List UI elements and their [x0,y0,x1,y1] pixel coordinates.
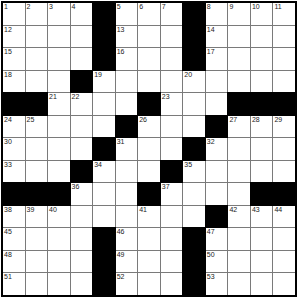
black-cell-r9c3 [48,183,70,205]
white-cell-r11c12[interactable] [251,228,273,250]
white-cell-r10c7[interactable]: 41 [138,206,160,228]
white-cell-r2c1[interactable]: 12 [3,26,25,48]
black-cell-r3c5 [93,48,115,70]
clue-number-19: 19 [94,71,102,79]
white-cell-r11c4[interactable] [71,228,93,250]
white-cell-r8c11[interactable] [228,161,250,183]
white-cell-r1c6[interactable]: 5 [116,3,138,25]
white-cell-r2c13[interactable] [273,26,295,48]
white-cell-r1c8[interactable]: 7 [161,3,183,25]
clue-number-15: 15 [4,48,12,56]
white-cell-r1c11[interactable]: 9 [228,3,250,25]
white-cell-r7c12[interactable] [251,138,273,160]
white-cell-r2c6[interactable]: 13 [116,26,138,48]
white-cell-r2c12[interactable] [251,26,273,48]
white-cell-r7c2[interactable] [26,138,48,160]
white-cell-r13c10[interactable]: 53 [206,273,228,295]
white-cell-r13c1[interactable]: 51 [3,273,25,295]
clue-number-49: 49 [117,251,125,259]
white-cell-r12c3[interactable] [48,251,70,273]
clue-number-16: 16 [117,48,125,56]
white-cell-r3c13[interactable] [273,48,295,70]
white-cell-r6c1[interactable]: 24 [3,116,25,138]
white-cell-r12c1[interactable]: 48 [3,251,25,273]
white-cell-r2c3[interactable] [48,26,70,48]
black-cell-r5c12 [251,93,273,115]
clue-number-10: 10 [252,3,260,11]
white-cell-r7c4[interactable] [71,138,93,160]
white-cell-r7c11[interactable] [228,138,250,160]
black-cell-r3c9 [183,48,205,70]
clue-number-44: 44 [274,206,282,214]
white-cell-r2c10[interactable]: 14 [206,26,228,48]
white-cell-r6c13[interactable]: 29 [273,116,295,138]
white-cell-r5c10[interactable] [206,93,228,115]
white-cell-r13c6[interactable]: 52 [116,273,138,295]
white-cell-r7c13[interactable] [273,138,295,160]
white-cell-r1c12[interactable]: 10 [251,3,273,25]
white-cell-r7c8[interactable] [161,138,183,160]
black-cell-r1c5 [93,3,115,25]
white-cell-r10c6[interactable] [116,206,138,228]
clue-number-33: 33 [4,161,12,169]
white-cell-r5c5[interactable] [93,93,115,115]
white-cell-r10c12[interactable]: 43 [251,206,273,228]
white-cell-r3c1[interactable]: 15 [3,48,25,70]
white-cell-r12c8[interactable] [161,251,183,273]
white-cell-r8c7[interactable] [138,161,160,183]
white-cell-r4c6[interactable] [116,71,138,93]
white-cell-r2c8[interactable] [161,26,183,48]
white-cell-r7c3[interactable] [48,138,70,160]
black-cell-r2c9 [183,26,205,48]
white-cell-r1c4[interactable]: 4 [71,3,93,25]
white-cell-r9c11[interactable] [228,183,250,205]
clue-number-11: 11 [274,3,281,11]
clue-number-47: 47 [207,228,215,236]
white-cell-r4c2[interactable] [26,71,48,93]
white-cell-r6c8[interactable] [161,116,183,138]
black-cell-r2c5 [93,26,115,48]
white-cell-r12c12[interactable] [251,251,273,273]
black-cell-r7c5 [93,138,115,160]
white-cell-r11c1[interactable]: 45 [3,228,25,250]
white-cell-r4c11[interactable] [228,71,250,93]
white-cell-r13c11[interactable] [228,273,250,295]
clue-number-12: 12 [4,26,12,34]
white-cell-r10c9[interactable] [183,206,205,228]
white-cell-r4c1[interactable]: 18 [3,71,25,93]
white-cell-r12c6[interactable]: 49 [116,251,138,273]
white-cell-r6c12[interactable]: 28 [251,116,273,138]
clue-number-14: 14 [207,26,215,34]
clue-number-24: 24 [4,116,12,124]
black-cell-r5c11 [228,93,250,115]
white-cell-r11c7[interactable] [138,228,160,250]
white-cell-r5c4[interactable]: 22 [71,93,93,115]
white-cell-r1c2[interactable]: 2 [26,3,48,25]
white-cell-r6c3[interactable] [48,116,70,138]
black-cell-r9c13 [273,183,295,205]
clue-number-3: 3 [49,3,53,11]
white-cell-r5c6[interactable] [116,93,138,115]
clue-number-21: 21 [49,93,57,101]
white-cell-r1c3[interactable]: 3 [48,3,70,25]
white-cell-r1c1[interactable]: 1 [3,3,25,25]
white-cell-r6c4[interactable] [71,116,93,138]
clue-number-48: 48 [4,251,12,259]
clue-number-17: 17 [207,48,215,56]
clue-number-37: 37 [162,183,170,191]
white-cell-r9c5[interactable] [93,183,115,205]
white-cell-r3c11[interactable] [228,48,250,70]
white-cell-r4c13[interactable] [273,71,295,93]
black-cell-r4c4 [71,71,93,93]
white-cell-r6c9[interactable] [183,116,205,138]
black-cell-r8c4 [71,161,93,183]
white-cell-r10c1[interactable]: 38 [3,206,25,228]
black-cell-r8c8 [161,161,183,183]
white-cell-r8c5[interactable]: 34 [93,161,115,183]
white-cell-r6c5[interactable] [93,116,115,138]
clue-number-5: 5 [117,3,121,11]
clue-number-42: 42 [229,206,237,214]
white-cell-r2c2[interactable] [26,26,48,48]
white-cell-r3c12[interactable] [251,48,273,70]
white-cell-r8c13[interactable] [273,161,295,183]
white-cell-r8c2[interactable] [26,161,48,183]
white-cell-r2c4[interactable] [71,26,93,48]
white-cell-r12c4[interactable] [71,251,93,273]
white-cell-r11c2[interactable] [26,228,48,250]
clue-number-23: 23 [162,93,170,101]
black-cell-r12c9 [183,251,205,273]
black-cell-r12c5 [93,251,115,273]
white-cell-r5c8[interactable]: 23 [161,93,183,115]
white-cell-r13c12[interactable] [251,273,273,295]
white-cell-r10c2[interactable]: 39 [26,206,48,228]
white-cell-r3c4[interactable] [71,48,93,70]
clue-number-46: 46 [117,228,125,236]
white-cell-r12c2[interactable] [26,251,48,273]
clue-number-36: 36 [72,183,80,191]
black-cell-r6c10 [206,116,228,138]
clue-number-4: 4 [72,3,76,11]
white-cell-r10c3[interactable]: 40 [48,206,70,228]
white-cell-r3c10[interactable]: 17 [206,48,228,70]
white-cell-r5c9[interactable] [183,93,205,115]
black-cell-r5c7 [138,93,160,115]
clue-number-9: 9 [229,3,233,11]
black-cell-r7c9 [183,138,205,160]
white-cell-r13c13[interactable] [273,273,295,295]
clue-number-1: 1 [4,3,8,11]
clue-number-18: 18 [4,71,12,79]
clue-number-7: 7 [162,3,166,11]
white-cell-r9c9[interactable] [183,183,205,205]
white-cell-r4c8[interactable] [161,71,183,93]
white-cell-r12c10[interactable]: 50 [206,251,228,273]
clue-number-28: 28 [252,116,260,124]
white-cell-r11c13[interactable] [273,228,295,250]
clue-number-38: 38 [4,206,12,214]
clue-number-51: 51 [4,273,12,281]
white-cell-r4c10[interactable] [206,71,228,93]
white-cell-r4c7[interactable] [138,71,160,93]
white-cell-r9c6[interactable] [116,183,138,205]
clue-number-52: 52 [117,273,125,281]
clue-number-30: 30 [4,138,12,146]
black-cell-r13c5 [93,273,115,295]
white-cell-r8c6[interactable] [116,161,138,183]
white-cell-r13c4[interactable] [71,273,93,295]
clue-number-50: 50 [207,251,215,259]
white-cell-r6c11[interactable]: 27 [228,116,250,138]
white-cell-r8c9[interactable]: 35 [183,161,205,183]
clue-number-6: 6 [139,3,143,11]
black-cell-r5c2 [26,93,48,115]
white-cell-r1c7[interactable]: 6 [138,3,160,25]
white-cell-r1c13[interactable]: 11 [273,3,295,25]
white-cell-r9c10[interactable] [206,183,228,205]
white-cell-r11c3[interactable] [48,228,70,250]
white-cell-r10c4[interactable] [71,206,93,228]
clue-number-40: 40 [49,206,57,214]
black-cell-r9c7 [138,183,160,205]
white-cell-r4c3[interactable] [48,71,70,93]
black-cell-r11c5 [93,228,115,250]
black-cell-r11c9 [183,228,205,250]
black-cell-r13c9 [183,273,205,295]
clue-number-32: 32 [207,138,215,146]
black-cell-r5c13 [273,93,295,115]
black-cell-r9c12 [251,183,273,205]
clue-number-39: 39 [27,206,35,214]
clue-number-2: 2 [27,3,31,11]
white-cell-r13c2[interactable] [26,273,48,295]
white-cell-r9c4[interactable]: 36 [71,183,93,205]
white-cell-r3c7[interactable] [138,48,160,70]
white-cell-r5c3[interactable]: 21 [48,93,70,115]
white-cell-r3c8[interactable] [161,48,183,70]
clue-number-27: 27 [229,116,237,124]
white-cell-r10c8[interactable] [161,206,183,228]
clue-number-8: 8 [207,3,211,11]
white-cell-r13c8[interactable] [161,273,183,295]
clue-number-20: 20 [184,71,192,79]
white-cell-r4c5[interactable]: 19 [93,71,115,93]
white-cell-r9c8[interactable]: 37 [161,183,183,205]
white-cell-r12c7[interactable] [138,251,160,273]
clue-number-45: 45 [4,228,12,236]
white-cell-r12c13[interactable] [273,251,295,273]
white-cell-r1c10[interactable]: 8 [206,3,228,25]
white-cell-r2c7[interactable] [138,26,160,48]
white-cell-r13c3[interactable] [48,273,70,295]
white-cell-r11c11[interactable] [228,228,250,250]
clue-number-22: 22 [72,93,80,101]
clue-number-53: 53 [207,273,215,281]
white-cell-r7c10[interactable]: 32 [206,138,228,160]
clue-number-31: 31 [117,138,125,146]
white-cell-r11c6[interactable]: 46 [116,228,138,250]
black-cell-r9c2 [26,183,48,205]
white-cell-r10c13[interactable]: 44 [273,206,295,228]
clue-number-25: 25 [27,116,35,124]
clue-number-34: 34 [94,161,102,169]
black-cell-r6c6 [116,116,138,138]
white-cell-r7c1[interactable]: 30 [3,138,25,160]
white-cell-r7c6[interactable]: 31 [116,138,138,160]
white-cell-r8c10[interactable] [206,161,228,183]
white-cell-r8c3[interactable] [48,161,70,183]
white-cell-r8c12[interactable] [251,161,273,183]
clue-number-13: 13 [117,26,125,34]
white-cell-r2c11[interactable] [228,26,250,48]
white-cell-r7c7[interactable] [138,138,160,160]
black-cell-r10c10 [206,206,228,228]
white-cell-r3c2[interactable] [26,48,48,70]
white-cell-r12c11[interactable] [228,251,250,273]
black-cell-r9c1 [3,183,25,205]
white-cell-r13c7[interactable] [138,273,160,295]
black-cell-r5c1 [3,93,25,115]
white-cell-r11c8[interactable] [161,228,183,250]
clue-number-26: 26 [139,116,147,124]
clue-number-29: 29 [274,116,282,124]
white-cell-r10c11[interactable]: 42 [228,206,250,228]
white-cell-r3c3[interactable] [48,48,70,70]
white-cell-r10c5[interactable] [93,206,115,228]
crossword-grid: 1234567891011121314151617181920212223242… [1,1,297,297]
white-cell-r4c12[interactable] [251,71,273,93]
white-cell-r6c7[interactable]: 26 [138,116,160,138]
white-cell-r4c9[interactable]: 20 [183,71,205,93]
white-cell-r6c2[interactable]: 25 [26,116,48,138]
white-cell-r8c1[interactable]: 33 [3,161,25,183]
clue-number-43: 43 [252,206,260,214]
clue-number-41: 41 [139,206,147,214]
white-cell-r3c6[interactable]: 16 [116,48,138,70]
white-cell-r11c10[interactable]: 47 [206,228,228,250]
black-cell-r1c9 [183,3,205,25]
clue-number-35: 35 [184,161,192,169]
